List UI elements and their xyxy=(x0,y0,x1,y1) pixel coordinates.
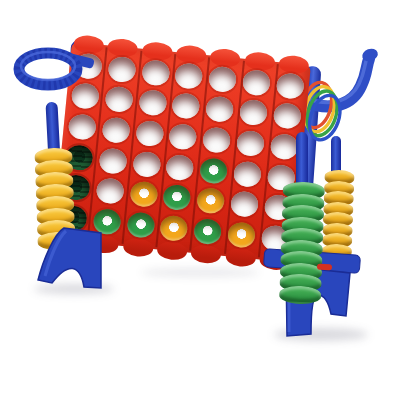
cell-r1-c5 xyxy=(205,62,242,96)
left-leg xyxy=(30,222,120,294)
right-green-disc-stack xyxy=(279,181,325,304)
cell-r5-c4 xyxy=(159,181,196,215)
cell-r5-c5 xyxy=(193,184,230,218)
cell-r1-c4 xyxy=(171,59,208,93)
cell-r2-c5 xyxy=(202,93,239,127)
cell-r1-c6 xyxy=(238,66,275,100)
empty-hole xyxy=(242,69,271,97)
green-disc xyxy=(193,218,222,246)
brand-sticker xyxy=(317,263,332,270)
cell-r6-c4 xyxy=(156,212,193,246)
cell-r4-c4 xyxy=(162,151,199,185)
cell-r2-c4 xyxy=(168,90,205,124)
empty-hole xyxy=(138,89,167,117)
empty-hole xyxy=(96,178,125,206)
empty-hole xyxy=(99,147,128,175)
empty-hole xyxy=(169,123,198,151)
cell-r5-c2 xyxy=(92,175,129,209)
cell-r2-c3 xyxy=(134,86,171,120)
empty-hole xyxy=(236,130,265,158)
cell-r3-c3 xyxy=(131,117,168,151)
empty-hole xyxy=(175,62,204,90)
basketball-hoop xyxy=(6,42,102,100)
empty-hole xyxy=(135,120,164,148)
empty-hole xyxy=(239,99,268,127)
yellow-disc xyxy=(227,221,256,249)
cell-r5-c3 xyxy=(125,178,162,212)
product-photo-connect-four xyxy=(0,0,400,400)
empty-hole xyxy=(68,113,97,141)
cell-r6-c6 xyxy=(223,218,260,252)
cell-r2-c7 xyxy=(269,99,306,133)
yellow-disc xyxy=(196,188,225,216)
empty-hole xyxy=(275,72,304,100)
empty-hole xyxy=(208,65,237,93)
cell-r3-c5 xyxy=(199,123,236,157)
empty-hole xyxy=(172,93,201,121)
cell-r3-c4 xyxy=(165,120,202,154)
yellow-disc xyxy=(129,181,158,209)
empty-hole xyxy=(205,96,234,124)
cell-r1-c3 xyxy=(137,56,174,90)
cell-r4-c2 xyxy=(95,144,132,178)
empty-hole xyxy=(272,103,301,131)
cell-r4-c5 xyxy=(196,154,233,188)
empty-hole xyxy=(104,86,133,114)
empty-hole xyxy=(107,56,136,84)
green-disc xyxy=(126,211,155,239)
green-disc xyxy=(199,157,228,185)
cell-r2-c2 xyxy=(101,83,138,117)
cell-r1-c2 xyxy=(104,52,141,86)
cell-r6-c5 xyxy=(190,215,227,249)
empty-hole xyxy=(269,133,298,161)
cell-r5-c6 xyxy=(226,188,263,222)
empty-hole xyxy=(230,191,259,219)
green-disc xyxy=(163,184,192,212)
cell-r4-c3 xyxy=(128,147,165,181)
cell-r6-c3 xyxy=(122,208,159,242)
empty-hole xyxy=(233,160,262,188)
board-shadow xyxy=(140,268,260,277)
cell-r2-c6 xyxy=(235,96,272,130)
empty-hole xyxy=(101,117,130,145)
empty-hole xyxy=(132,150,161,178)
cell-r4-c6 xyxy=(229,157,266,191)
yellow-disc xyxy=(160,215,189,243)
toss-ring xyxy=(304,91,345,144)
empty-hole xyxy=(202,126,231,154)
empty-hole xyxy=(141,59,170,87)
empty-hole xyxy=(166,154,195,182)
cell-r3-c1 xyxy=(64,110,101,144)
cell-r1-c7 xyxy=(272,69,309,103)
cell-r3-c6 xyxy=(232,127,269,161)
cell-r3-c2 xyxy=(98,113,135,147)
